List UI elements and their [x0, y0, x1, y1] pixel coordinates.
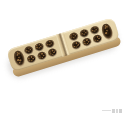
- watermark: [102, 106, 128, 115]
- watermark-mark: [116, 109, 118, 113]
- watermark-mark: [112, 109, 115, 114]
- mancala-board: [6, 17, 122, 77]
- watermark-mark: [102, 110, 111, 112]
- product-photo: [0, 0, 130, 130]
- watermark-mark: [119, 109, 123, 114]
